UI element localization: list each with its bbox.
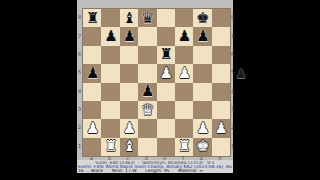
square-e6[interactable]: ♜ (157, 46, 175, 64)
square-g2[interactable]: ♟ (193, 119, 211, 137)
square-g7[interactable]: ♟ (193, 27, 211, 45)
rank-label-2: 2 (230, 118, 235, 136)
square-d1[interactable] (138, 138, 156, 156)
square-c1[interactable]: ♝ (120, 138, 138, 156)
black-pawn[interactable]: ♟ (175, 27, 193, 45)
square-g3[interactable] (193, 101, 211, 119)
square-g5[interactable] (193, 64, 211, 82)
square-e3[interactable] (157, 101, 175, 119)
square-b1[interactable]: ♜ (101, 138, 119, 156)
square-d3[interactable]: ♛ (138, 101, 156, 119)
square-e8[interactable] (157, 9, 175, 27)
square-b6[interactable] (101, 46, 119, 64)
white-pawn[interactable]: ♟ (175, 64, 193, 82)
white-pawn[interactable]: ♟ (157, 64, 175, 82)
rank-label-4: 4 (230, 82, 235, 100)
square-h5[interactable] (212, 64, 230, 82)
rank-label-3: 3 (230, 100, 235, 118)
chess-gui-panel: 87654321 ♜♝♛♚♟♟♟♟♜♟♟♟♟♛♟♟♟♟♜♝♜♚ 87654321… (77, 0, 233, 173)
white-pawn[interactable]: ♟ (193, 119, 211, 137)
square-d4[interactable]: ♟ (138, 83, 156, 101)
square-b8[interactable] (101, 9, 119, 27)
square-h1[interactable] (212, 138, 230, 156)
square-f1[interactable]: ♜ (175, 138, 193, 156)
rank-label-1: 1 (230, 137, 235, 155)
square-f6[interactable] (175, 46, 193, 64)
square-g8[interactable]: ♚ (193, 9, 211, 27)
square-f8[interactable] (175, 9, 193, 27)
square-e5[interactable]: ♟ (157, 64, 175, 82)
square-f4[interactable] (175, 83, 193, 101)
square-c4[interactable] (120, 83, 138, 101)
bottom-letterbox (0, 173, 320, 180)
square-a1[interactable] (83, 138, 101, 156)
square-e1[interactable] (157, 138, 175, 156)
black-king[interactable]: ♚ (193, 9, 211, 27)
black-bishop[interactable]: ♝ (120, 9, 138, 27)
black-pawn[interactable]: ♟ (120, 27, 138, 45)
white-queen[interactable]: ♛ (138, 101, 156, 119)
square-a5[interactable]: ♟ (83, 64, 101, 82)
square-a2[interactable]: ♟ (83, 119, 101, 137)
white-rook[interactable]: ♜ (175, 138, 193, 156)
square-b4[interactable] (101, 83, 119, 101)
square-c8[interactable]: ♝ (120, 9, 138, 27)
square-b5[interactable] (101, 64, 119, 82)
square-h4[interactable] (212, 83, 230, 101)
square-a6[interactable] (83, 46, 101, 64)
black-rook[interactable]: ♜ (83, 9, 101, 27)
square-c7[interactable]: ♟ (120, 27, 138, 45)
square-g6[interactable] (193, 46, 211, 64)
square-e4[interactable] (157, 83, 175, 101)
square-e7[interactable] (157, 27, 175, 45)
square-d8[interactable]: ♛ (138, 9, 156, 27)
black-queen[interactable]: ♛ (138, 9, 156, 27)
square-c6[interactable] (120, 46, 138, 64)
white-pawn[interactable]: ♟ (83, 119, 101, 137)
rank-label-8: 8 (230, 8, 235, 26)
right-letterbox (233, 0, 320, 180)
black-pawn[interactable]: ♟ (83, 64, 101, 82)
square-d6[interactable] (138, 46, 156, 64)
white-pawn[interactable]: ♟ (120, 119, 138, 137)
square-d7[interactable] (138, 27, 156, 45)
square-b2[interactable] (101, 119, 119, 137)
square-b7[interactable]: ♟ (101, 27, 119, 45)
white-rook[interactable]: ♜ (101, 138, 119, 156)
square-a3[interactable] (83, 101, 101, 119)
square-a4[interactable] (83, 83, 101, 101)
square-c5[interactable] (120, 64, 138, 82)
chess-board[interactable]: ♜♝♛♚♟♟♟♟♜♟♟♟♟♛♟♟♟♟♜♝♜♚ (82, 8, 231, 157)
black-pawn[interactable]: ♟ (101, 27, 119, 45)
square-d5[interactable] (138, 64, 156, 82)
square-a8[interactable]: ♜ (83, 9, 101, 27)
square-h6[interactable] (212, 46, 230, 64)
black-rook[interactable]: ♜ (157, 46, 175, 64)
square-c2[interactable]: ♟ (120, 119, 138, 137)
square-g1[interactable]: ♚ (193, 138, 211, 156)
rank-label-6: 6 (230, 45, 235, 63)
square-h7[interactable] (212, 27, 230, 45)
square-h8[interactable] (212, 9, 230, 27)
black-pawn[interactable]: ♟ (138, 83, 156, 101)
square-h2[interactable]: ♟ (212, 119, 230, 137)
black-pawn[interactable]: ♟ (193, 27, 211, 45)
white-pawn[interactable]: ♟ (212, 119, 230, 137)
status-band: Surel, Edti (2362) - Iasmishyn, Anzelika… (77, 160, 233, 173)
square-f3[interactable] (175, 101, 193, 119)
square-f5[interactable]: ♟ (175, 64, 193, 82)
square-a7[interactable] (83, 27, 101, 45)
square-e2[interactable] (157, 119, 175, 137)
square-d2[interactable] (138, 119, 156, 137)
square-c3[interactable] (120, 101, 138, 119)
square-g4[interactable] (193, 83, 211, 101)
square-h3[interactable] (212, 101, 230, 119)
square-f2[interactable] (175, 119, 193, 137)
left-letterbox (0, 0, 77, 180)
square-f7[interactable]: ♟ (175, 27, 193, 45)
white-king[interactable]: ♚ (193, 138, 211, 156)
square-b3[interactable] (101, 101, 119, 119)
rank-label-7: 7 (230, 26, 235, 44)
white-bishop[interactable]: ♝ (120, 138, 138, 156)
material-pawn-icon: ♟ (234, 66, 248, 82)
